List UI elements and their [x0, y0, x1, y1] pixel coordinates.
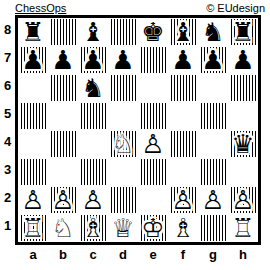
- piece-white-bishop[interactable]: ♗: [171, 214, 194, 242]
- rank-label-4: 4: [0, 127, 15, 155]
- square-c8[interactable]: ♝: [78, 18, 108, 46]
- file-label-a: a: [18, 247, 48, 262]
- square-c1[interactable]: ♗: [78, 214, 108, 242]
- piece-white-pawn[interactable]: ♙: [171, 186, 194, 214]
- square-f4[interactable]: [168, 130, 198, 158]
- square-g5[interactable]: [198, 102, 228, 130]
- square-e3[interactable]: [138, 158, 168, 186]
- square-h6[interactable]: [228, 74, 258, 102]
- square-c7[interactable]: ♟: [78, 46, 108, 74]
- square-a6[interactable]: [18, 74, 48, 102]
- piece-black-pawn[interactable]: ♟: [231, 46, 254, 74]
- square-b7[interactable]: ♟: [48, 46, 78, 74]
- square-f6[interactable]: [168, 74, 198, 102]
- square-d6[interactable]: [108, 74, 138, 102]
- file-label-g: g: [198, 247, 228, 262]
- credit-text: © EUdesign: [206, 2, 265, 14]
- rank-label-1: 1: [0, 211, 15, 239]
- piece-white-pawn[interactable]: ♙: [21, 186, 44, 214]
- piece-white-knight[interactable]: ♘: [51, 214, 74, 242]
- square-h3[interactable]: [228, 158, 258, 186]
- square-d5[interactable]: [108, 102, 138, 130]
- file-label-c: c: [78, 247, 108, 262]
- piece-white-pawn[interactable]: ♙: [141, 130, 164, 158]
- square-e2[interactable]: [138, 186, 168, 214]
- square-d3[interactable]: [108, 158, 138, 186]
- square-f3[interactable]: [168, 158, 198, 186]
- square-h2[interactable]: ♙: [228, 186, 258, 214]
- square-d2[interactable]: [108, 186, 138, 214]
- square-g8[interactable]: ♞: [198, 18, 228, 46]
- square-b1[interactable]: ♘: [48, 214, 78, 242]
- square-g7[interactable]: ♟: [198, 46, 228, 74]
- rank-label-3: 3: [0, 155, 15, 183]
- square-c4[interactable]: [78, 130, 108, 158]
- square-e5[interactable]: [138, 102, 168, 130]
- board: ♜♝♚♝♞♜♟♟♟♟♟♟♟♞♘♙♛♙♙♙♙♙♙♖♘♗♕♔♗♖: [15, 15, 261, 245]
- square-b5[interactable]: [48, 102, 78, 130]
- rank-label-8: 8: [0, 15, 15, 43]
- square-b4[interactable]: [48, 130, 78, 158]
- piece-black-queen[interactable]: ♛: [231, 130, 254, 158]
- piece-black-knight[interactable]: ♞: [81, 74, 104, 102]
- square-e4[interactable]: ♙: [138, 130, 168, 158]
- app-title: ChessOps: [15, 2, 66, 14]
- square-b3[interactable]: [48, 158, 78, 186]
- piece-white-rook[interactable]: ♖: [231, 214, 254, 242]
- piece-black-pawn[interactable]: ♟: [171, 46, 194, 74]
- piece-white-queen[interactable]: ♕: [111, 214, 134, 242]
- square-g1[interactable]: [198, 214, 228, 242]
- piece-black-rook[interactable]: ♜: [21, 18, 44, 46]
- piece-white-pawn[interactable]: ♙: [81, 186, 104, 214]
- square-g2[interactable]: ♙: [198, 186, 228, 214]
- piece-white-pawn[interactable]: ♙: [51, 186, 74, 214]
- file-label-h: h: [228, 247, 258, 262]
- file-label-f: f: [168, 247, 198, 262]
- square-d7[interactable]: ♟: [108, 46, 138, 74]
- piece-black-bishop[interactable]: ♝: [81, 18, 104, 46]
- square-a7[interactable]: ♟: [18, 46, 48, 74]
- piece-white-knight[interactable]: ♘: [111, 130, 134, 158]
- square-b6[interactable]: [48, 74, 78, 102]
- square-e8[interactable]: ♚: [138, 18, 168, 46]
- square-g3[interactable]: [198, 158, 228, 186]
- square-h8[interactable]: ♜: [228, 18, 258, 46]
- title-bar: ChessOps © EUdesign: [0, 0, 270, 15]
- square-c5[interactable]: [78, 102, 108, 130]
- square-h7[interactable]: ♟: [228, 46, 258, 74]
- square-h5[interactable]: [228, 102, 258, 130]
- piece-white-pawn[interactable]: ♙: [231, 186, 254, 214]
- piece-white-pawn[interactable]: ♙: [201, 186, 224, 214]
- rank-label-6: 6: [0, 71, 15, 99]
- square-c6[interactable]: ♞: [78, 74, 108, 102]
- square-f1[interactable]: ♗: [168, 214, 198, 242]
- square-h1[interactable]: ♖: [228, 214, 258, 242]
- piece-black-rook[interactable]: ♜: [231, 18, 254, 46]
- square-e7[interactable]: [138, 46, 168, 74]
- piece-white-rook[interactable]: ♖: [21, 214, 44, 242]
- piece-white-king[interactable]: ♔: [141, 214, 164, 242]
- rank-label-7: 7: [0, 43, 15, 71]
- square-a5[interactable]: [18, 102, 48, 130]
- square-e6[interactable]: [138, 74, 168, 102]
- square-f5[interactable]: [168, 102, 198, 130]
- square-g6[interactable]: [198, 74, 228, 102]
- piece-black-pawn[interactable]: ♟: [201, 46, 224, 74]
- square-d1[interactable]: ♕: [108, 214, 138, 242]
- square-a8[interactable]: ♜: [18, 18, 48, 46]
- piece-black-pawn[interactable]: ♟: [51, 46, 74, 74]
- file-label-e: e: [138, 247, 168, 262]
- square-e1[interactable]: ♔: [138, 214, 168, 242]
- piece-black-king[interactable]: ♚: [141, 18, 164, 46]
- piece-black-bishop[interactable]: ♝: [171, 18, 194, 46]
- file-labels: abcdefgh: [18, 245, 270, 262]
- file-label-d: d: [108, 247, 138, 262]
- piece-black-knight[interactable]: ♞: [201, 18, 224, 46]
- square-h4[interactable]: ♛: [228, 130, 258, 158]
- square-a1[interactable]: ♖: [18, 214, 48, 242]
- square-d8[interactable]: [108, 18, 138, 46]
- square-a3[interactable]: [18, 158, 48, 186]
- square-c2[interactable]: ♙: [78, 186, 108, 214]
- square-c3[interactable]: [78, 158, 108, 186]
- rank-label-5: 5: [0, 99, 15, 127]
- square-f2[interactable]: ♙: [168, 186, 198, 214]
- square-b8[interactable]: [48, 18, 78, 46]
- piece-black-pawn[interactable]: ♟: [21, 46, 44, 74]
- square-g4[interactable]: [198, 130, 228, 158]
- piece-black-pawn[interactable]: ♟: [111, 46, 134, 74]
- square-f8[interactable]: ♝: [168, 18, 198, 46]
- square-a4[interactable]: [18, 130, 48, 158]
- square-d4[interactable]: ♘: [108, 130, 138, 158]
- piece-black-pawn[interactable]: ♟: [81, 46, 104, 74]
- square-a2[interactable]: ♙: [18, 186, 48, 214]
- rank-labels: 87654321: [0, 15, 15, 245]
- square-f7[interactable]: ♟: [168, 46, 198, 74]
- file-label-b: b: [48, 247, 78, 262]
- square-b2[interactable]: ♙: [48, 186, 78, 214]
- piece-white-bishop[interactable]: ♗: [81, 214, 104, 242]
- board-area: 87654321 ♜♝♚♝♞♜♟♟♟♟♟♟♟♞♘♙♛♙♙♙♙♙♙♖♘♗♕♔♗♖: [0, 15, 270, 245]
- rank-label-2: 2: [0, 183, 15, 211]
